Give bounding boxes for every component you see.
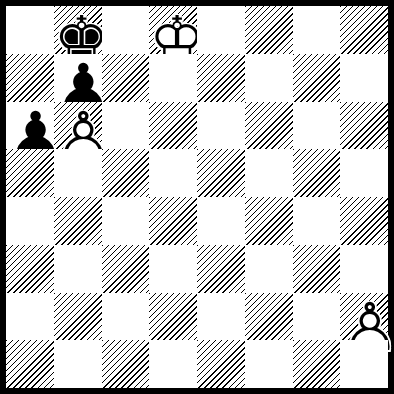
square-h3[interactable] bbox=[340, 245, 388, 293]
chess-board-frame: ♚♚♚♔♟♟♟♟♟♙♟♙ bbox=[0, 0, 394, 394]
square-e8[interactable] bbox=[197, 6, 245, 54]
white-pawn: ♟♙ bbox=[54, 102, 102, 150]
black-pawn: ♟♟ bbox=[6, 102, 54, 150]
square-a8[interactable] bbox=[6, 6, 54, 54]
square-g1[interactable] bbox=[293, 340, 341, 388]
square-c1[interactable] bbox=[102, 340, 150, 388]
square-a3[interactable] bbox=[6, 245, 54, 293]
square-h7[interactable] bbox=[340, 54, 388, 102]
square-f4[interactable] bbox=[245, 197, 293, 245]
square-e7[interactable] bbox=[197, 54, 245, 102]
square-h8[interactable] bbox=[340, 6, 388, 54]
white-pawn: ♟♙ bbox=[340, 293, 388, 341]
square-h6[interactable] bbox=[340, 102, 388, 150]
square-b8[interactable]: ♚♚ bbox=[54, 6, 102, 54]
square-b2[interactable] bbox=[54, 293, 102, 341]
square-g8[interactable] bbox=[293, 6, 341, 54]
square-d8[interactable]: ♚♔ bbox=[149, 6, 197, 54]
square-b6[interactable]: ♟♙ bbox=[54, 102, 102, 150]
square-c6[interactable] bbox=[102, 102, 150, 150]
square-b7[interactable]: ♟♟ bbox=[54, 54, 102, 102]
square-f1[interactable] bbox=[245, 340, 293, 388]
square-h1[interactable] bbox=[340, 340, 388, 388]
square-d4[interactable] bbox=[149, 197, 197, 245]
square-e1[interactable] bbox=[197, 340, 245, 388]
square-a7[interactable] bbox=[6, 54, 54, 102]
square-c8[interactable] bbox=[102, 6, 150, 54]
square-g3[interactable] bbox=[293, 245, 341, 293]
square-g7[interactable] bbox=[293, 54, 341, 102]
black-king: ♚♚ bbox=[54, 6, 102, 54]
square-g6[interactable] bbox=[293, 102, 341, 150]
square-a1[interactable] bbox=[6, 340, 54, 388]
square-c5[interactable] bbox=[102, 149, 150, 197]
square-d7[interactable] bbox=[149, 54, 197, 102]
square-e6[interactable] bbox=[197, 102, 245, 150]
square-c2[interactable] bbox=[102, 293, 150, 341]
square-b1[interactable] bbox=[54, 340, 102, 388]
square-c3[interactable] bbox=[102, 245, 150, 293]
square-c7[interactable] bbox=[102, 54, 150, 102]
white-king: ♚♔ bbox=[149, 6, 197, 54]
square-h2[interactable]: ♟♙ bbox=[340, 293, 388, 341]
square-a5[interactable] bbox=[6, 149, 54, 197]
square-d2[interactable] bbox=[149, 293, 197, 341]
square-g2[interactable] bbox=[293, 293, 341, 341]
square-d5[interactable] bbox=[149, 149, 197, 197]
square-f2[interactable] bbox=[245, 293, 293, 341]
square-f6[interactable] bbox=[245, 102, 293, 150]
square-g4[interactable] bbox=[293, 197, 341, 245]
square-e5[interactable] bbox=[197, 149, 245, 197]
square-a2[interactable] bbox=[6, 293, 54, 341]
square-f8[interactable] bbox=[245, 6, 293, 54]
chess-board: ♚♚♚♔♟♟♟♟♟♙♟♙ bbox=[6, 6, 388, 388]
square-d6[interactable] bbox=[149, 102, 197, 150]
square-e3[interactable] bbox=[197, 245, 245, 293]
square-a4[interactable] bbox=[6, 197, 54, 245]
square-f3[interactable] bbox=[245, 245, 293, 293]
square-b3[interactable] bbox=[54, 245, 102, 293]
square-b5[interactable] bbox=[54, 149, 102, 197]
square-b4[interactable] bbox=[54, 197, 102, 245]
square-d3[interactable] bbox=[149, 245, 197, 293]
black-pawn: ♟♟ bbox=[54, 54, 102, 102]
square-f7[interactable] bbox=[245, 54, 293, 102]
square-h4[interactable] bbox=[340, 197, 388, 245]
square-a6[interactable]: ♟♟ bbox=[6, 102, 54, 150]
square-d1[interactable] bbox=[149, 340, 197, 388]
square-h5[interactable] bbox=[340, 149, 388, 197]
square-f5[interactable] bbox=[245, 149, 293, 197]
square-c4[interactable] bbox=[102, 197, 150, 245]
square-g5[interactable] bbox=[293, 149, 341, 197]
square-e4[interactable] bbox=[197, 197, 245, 245]
square-e2[interactable] bbox=[197, 293, 245, 341]
